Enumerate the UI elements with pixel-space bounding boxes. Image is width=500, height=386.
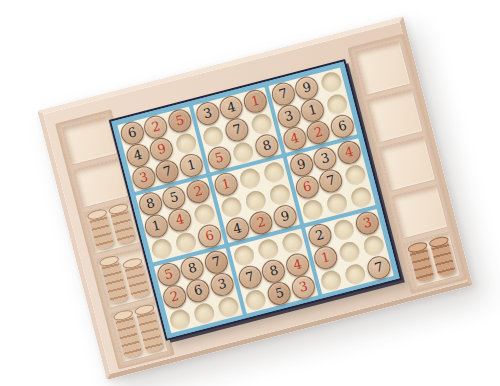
empty-hole[interactable]	[349, 185, 373, 209]
grid-box-3-2: 78453	[229, 228, 318, 313]
empty-hole[interactable]	[174, 230, 198, 254]
cell-r3c9[interactable]: 6	[328, 112, 358, 140]
right-tray-compartment-1	[354, 40, 412, 96]
piece-digit: 1	[150, 218, 161, 233]
cell-r9c9[interactable]: 7	[364, 253, 394, 281]
piece-digit: 3	[216, 277, 227, 292]
number-piece-1-black[interactable]: 1	[177, 151, 205, 179]
right-tray-compartment-5	[403, 232, 461, 288]
cell-r9c6[interactable]: 3	[289, 273, 319, 301]
piece-digit: 6	[126, 125, 137, 140]
piece-digit: 3	[138, 170, 149, 185]
grid-box-2-3: 93467	[287, 138, 376, 223]
piece-digit: 2	[169, 289, 180, 304]
grid-box-1-2: 341758	[193, 87, 282, 172]
piece-digit: 9	[301, 80, 312, 95]
piece-digit: 5	[169, 190, 180, 205]
number-piece-8-black[interactable]: 8	[253, 132, 281, 160]
grid-box-3-3: 2317	[305, 209, 394, 294]
piece-digit: 5	[213, 150, 224, 165]
empty-hole[interactable]	[231, 140, 255, 164]
piece-digit: 9	[279, 209, 290, 224]
scene: 6254937134175879314268521461429934675872…	[0, 0, 500, 386]
piece-digit: 8	[187, 261, 198, 276]
number-piece-9-black[interactable]: 9	[271, 203, 299, 231]
empty-hole[interactable]	[319, 268, 343, 292]
piece-digit: 7	[162, 164, 173, 179]
piece-digit: 7	[325, 173, 336, 188]
cell-r6c9[interactable]	[346, 183, 376, 211]
grid-box-3-1: 587263	[154, 248, 243, 333]
piece-digit: 1	[320, 250, 331, 265]
piece-digit: 2	[150, 119, 161, 134]
piece-digit: 8	[261, 138, 272, 153]
piece-digit: 5	[174, 113, 185, 128]
piece-digit: 1	[250, 93, 261, 108]
piece-digit: 8	[268, 263, 279, 278]
empty-hole[interactable]	[325, 191, 349, 215]
piece-digit: 3	[362, 215, 373, 230]
empty-hole[interactable]	[301, 197, 325, 221]
cell-r3c6[interactable]: 8	[252, 132, 282, 160]
piece-digit: 3	[320, 151, 331, 166]
piece-digit: 6	[193, 283, 204, 298]
cell-r9c3[interactable]	[213, 292, 243, 320]
right-tray-compartment-2	[366, 88, 424, 144]
piece-digit: 7	[244, 269, 255, 284]
piece-digit: 6	[337, 118, 348, 133]
piece-digit: 1	[186, 158, 197, 173]
piece-digit: 2	[314, 228, 325, 243]
piece-digit: 3	[298, 279, 309, 294]
piece-digit: 5	[163, 267, 174, 282]
empty-hole[interactable]	[216, 295, 240, 319]
grid-box-1-1: 62549371	[117, 107, 206, 192]
piece-digit: 5	[274, 286, 285, 301]
piece-digit: 7	[277, 86, 288, 101]
piece-digit: 7	[373, 260, 384, 275]
piece-digit: 9	[296, 157, 307, 172]
number-piece-3-red[interactable]: 3	[290, 273, 318, 301]
piece-digit: 4	[232, 221, 243, 236]
right-tray-compartment-4	[391, 184, 449, 240]
piece-digit: 2	[192, 184, 203, 199]
number-piece-6-red[interactable]: 6	[196, 222, 224, 250]
piece-digit: 3	[202, 106, 213, 121]
piece-digit: 4	[289, 131, 300, 146]
board-grid: 6254937134175879314268521461429934675872…	[111, 61, 399, 338]
piece-digit: 8	[145, 196, 156, 211]
grid-box-1-3: 7931426	[268, 68, 357, 153]
empty-hole[interactable]	[168, 307, 192, 331]
grid-box-2-2: 1429	[211, 158, 300, 243]
piece-digit: 2	[256, 215, 267, 230]
piece-digit: 6	[301, 179, 312, 194]
number-piece-7-black[interactable]: 7	[365, 254, 393, 282]
piece-digit: 4	[226, 100, 237, 115]
cell-r6c6[interactable]: 9	[270, 202, 300, 230]
piece-digit: 4	[174, 212, 185, 227]
piece-digit: 2	[313, 125, 324, 140]
piece-digit: 4	[292, 257, 303, 272]
piece-digit: 7	[232, 122, 243, 137]
sudoku-tray: 6254937134175879314268521461429934675872…	[37, 16, 473, 380]
cell-r6c3[interactable]: 6	[195, 222, 225, 250]
piece-stack[interactable]	[430, 238, 456, 277]
piece-digit: 1	[307, 102, 318, 117]
empty-hole[interactable]	[150, 236, 174, 260]
grid-box-2-1: 852146	[136, 177, 225, 262]
empty-hole[interactable]	[244, 287, 268, 311]
piece-digit: 4	[132, 148, 143, 163]
right-tray-compartment-3	[378, 136, 436, 192]
cell-r3c3[interactable]: 1	[177, 151, 207, 179]
piece-digit: 4	[343, 145, 354, 160]
piece-digit: 6	[204, 228, 215, 243]
empty-hole[interactable]	[192, 301, 216, 325]
empty-hole[interactable]	[343, 262, 367, 286]
number-piece-6-black[interactable]: 6	[328, 112, 356, 140]
piece-digit: 1	[220, 177, 231, 192]
piece-digit: 3	[283, 109, 294, 124]
piece-digit: 7	[211, 254, 222, 269]
piece-digit: 9	[156, 141, 167, 156]
